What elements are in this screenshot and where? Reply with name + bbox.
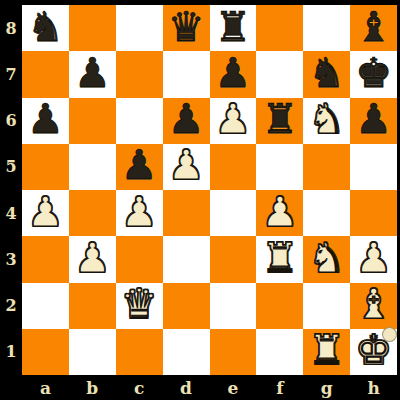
square-c1[interactable] (116, 329, 163, 375)
square-h4[interactable] (350, 190, 397, 236)
square-b4[interactable] (69, 190, 116, 236)
square-g6[interactable]: ♞ (303, 98, 350, 144)
square-d3[interactable] (163, 236, 210, 282)
square-b7[interactable]: ♟ (69, 51, 116, 97)
rank-label-6: 6 (0, 98, 22, 144)
square-g7[interactable]: ♞ (303, 51, 350, 97)
square-b3[interactable]: ♟ (69, 236, 116, 282)
square-f8[interactable] (256, 5, 303, 51)
piece-white-p-e6[interactable]: ♟ (215, 99, 252, 140)
square-g3[interactable]: ♞ (303, 236, 350, 282)
piece-black-p-c5[interactable]: ♟ (121, 145, 158, 186)
square-g2[interactable] (303, 283, 350, 329)
square-c7[interactable] (116, 51, 163, 97)
square-f4[interactable]: ♟ (256, 190, 303, 236)
square-f5[interactable] (256, 144, 303, 190)
square-e3[interactable] (210, 236, 257, 282)
piece-black-n-a8[interactable]: ♞ (27, 7, 64, 48)
square-d4[interactable] (163, 190, 210, 236)
square-c4[interactable]: ♟ (116, 190, 163, 236)
square-e4[interactable] (210, 190, 257, 236)
board: ♞♛♜♝♟♟♞♚♟♟♟♜♞♟♟♟♟♟♟♟♜♞♟♛♝♜♚ (22, 5, 397, 375)
square-d8[interactable]: ♛ (163, 5, 210, 51)
square-b8[interactable] (69, 5, 116, 51)
white-to-move-indicator (382, 327, 397, 342)
piece-white-n-g6[interactable]: ♞ (308, 99, 345, 140)
piece-white-n-g3[interactable]: ♞ (308, 238, 345, 279)
square-c2[interactable]: ♛ (116, 283, 163, 329)
square-e8[interactable]: ♜ (210, 5, 257, 51)
square-e6[interactable]: ♟ (210, 98, 257, 144)
square-c8[interactable] (116, 5, 163, 51)
file-label-g: g (303, 375, 350, 400)
rank-label-3: 3 (0, 236, 22, 282)
file-label-e: e (210, 375, 257, 400)
square-b5[interactable] (69, 144, 116, 190)
piece-white-r-f3[interactable]: ♜ (261, 238, 298, 279)
square-h5[interactable] (350, 144, 397, 190)
piece-white-q-c2[interactable]: ♛ (121, 284, 158, 325)
square-h3[interactable]: ♟ (350, 236, 397, 282)
square-c5[interactable]: ♟ (116, 144, 163, 190)
square-f2[interactable] (256, 283, 303, 329)
square-a5[interactable] (22, 144, 69, 190)
square-a3[interactable] (22, 236, 69, 282)
piece-black-b-h8[interactable]: ♝ (355, 7, 392, 48)
piece-white-p-h3[interactable]: ♟ (355, 238, 392, 279)
square-d1[interactable] (163, 329, 210, 375)
square-a6[interactable]: ♟ (22, 98, 69, 144)
square-g4[interactable] (303, 190, 350, 236)
rank-labels: 87654321 (0, 5, 22, 375)
square-g5[interactable] (303, 144, 350, 190)
piece-white-r-g1[interactable]: ♜ (308, 330, 345, 371)
square-b6[interactable] (69, 98, 116, 144)
piece-black-p-e7[interactable]: ♟ (215, 53, 252, 94)
square-d5[interactable]: ♟ (163, 144, 210, 190)
square-d2[interactable] (163, 283, 210, 329)
piece-black-r-f6[interactable]: ♜ (261, 99, 298, 140)
square-g1[interactable]: ♜ (303, 329, 350, 375)
square-b1[interactable] (69, 329, 116, 375)
file-label-a: a (22, 375, 69, 400)
square-b2[interactable] (69, 283, 116, 329)
rank-label-2: 2 (0, 283, 22, 329)
piece-black-p-b7[interactable]: ♟ (74, 53, 111, 94)
rank-label-8: 8 (0, 5, 22, 51)
square-e7[interactable]: ♟ (210, 51, 257, 97)
square-e2[interactable] (210, 283, 257, 329)
piece-black-p-h6[interactable]: ♟ (355, 99, 392, 140)
piece-white-p-f4[interactable]: ♟ (261, 192, 298, 233)
square-e5[interactable] (210, 144, 257, 190)
file-label-b: b (69, 375, 116, 400)
square-a8[interactable]: ♞ (22, 5, 69, 51)
square-d7[interactable] (163, 51, 210, 97)
chess-board-frame: ♞♛♜♝♟♟♞♚♟♟♟♜♞♟♟♟♟♟♟♟♜♞♟♛♝♜♚ 87654321 abc… (0, 0, 400, 400)
square-h7[interactable]: ♚ (350, 51, 397, 97)
square-h2[interactable]: ♝ (350, 283, 397, 329)
square-h6[interactable]: ♟ (350, 98, 397, 144)
piece-black-r-e8[interactable]: ♜ (215, 7, 252, 48)
square-g8[interactable] (303, 5, 350, 51)
square-a1[interactable] (22, 329, 69, 375)
square-a2[interactable] (22, 283, 69, 329)
rank-label-7: 7 (0, 51, 22, 97)
file-labels: abcdefgh (22, 375, 397, 400)
piece-white-p-d5[interactable]: ♟ (168, 145, 205, 186)
square-a7[interactable] (22, 51, 69, 97)
rank-label-5: 5 (0, 144, 22, 190)
square-c3[interactable] (116, 236, 163, 282)
piece-white-p-b3[interactable]: ♟ (74, 238, 111, 279)
piece-black-p-a6[interactable]: ♟ (27, 99, 64, 140)
square-a4[interactable]: ♟ (22, 190, 69, 236)
piece-black-p-d6[interactable]: ♟ (168, 99, 205, 140)
file-label-f: f (256, 375, 303, 400)
rank-label-4: 4 (0, 190, 22, 236)
piece-white-p-c4[interactable]: ♟ (121, 192, 158, 233)
square-f6[interactable]: ♜ (256, 98, 303, 144)
square-f1[interactable] (256, 329, 303, 375)
square-f3[interactable]: ♜ (256, 236, 303, 282)
square-h8[interactable]: ♝ (350, 5, 397, 51)
square-e1[interactable] (210, 329, 257, 375)
piece-black-n-g7[interactable]: ♞ (308, 53, 345, 94)
square-d6[interactable]: ♟ (163, 98, 210, 144)
rank-label-1: 1 (0, 329, 22, 375)
square-f7[interactable] (256, 51, 303, 97)
piece-white-b-h2[interactable]: ♝ (355, 284, 392, 325)
file-label-c: c (116, 375, 163, 400)
square-c6[interactable] (116, 98, 163, 144)
piece-black-q-d8[interactable]: ♛ (168, 7, 205, 48)
file-label-d: d (163, 375, 210, 400)
file-label-h: h (350, 375, 397, 400)
piece-white-p-a4[interactable]: ♟ (27, 192, 64, 233)
piece-black-k-h7[interactable]: ♚ (355, 53, 392, 94)
